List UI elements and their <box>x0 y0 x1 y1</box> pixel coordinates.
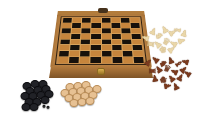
product-photo-scene: ♟♟♞♟♟♝♟♜♟♛♟♟♚♟♟♟♞♟♝♟♜♟♛♟♟♟♚♟♟♟♟♟ <box>0 0 200 133</box>
die <box>43 105 46 108</box>
board-square <box>62 23 71 28</box>
board-square <box>82 23 91 28</box>
brown-chess-piece: ♟ <box>174 72 185 84</box>
board-square <box>91 39 100 44</box>
brown-chess-piece: ♟ <box>162 81 172 91</box>
board-square <box>91 51 101 57</box>
board-square <box>81 45 91 50</box>
board-square <box>73 18 82 23</box>
black-checker <box>26 87 35 95</box>
natural-checker <box>70 99 79 107</box>
board-border-pinstripe <box>55 16 147 64</box>
board-square <box>81 34 90 39</box>
board-square <box>63 18 72 23</box>
black-checker <box>21 92 30 100</box>
brown-chess-piece: ♝ <box>172 58 184 70</box>
board-square <box>91 34 100 39</box>
board-square <box>72 28 81 33</box>
natural-checker <box>61 89 70 97</box>
white-chess-piece: ♚ <box>158 45 168 56</box>
board-square <box>60 39 70 44</box>
board-square <box>81 39 90 44</box>
board-square <box>70 51 80 57</box>
black-checker <box>23 82 32 90</box>
board-square <box>92 18 101 23</box>
board-square <box>92 23 101 28</box>
board-square <box>132 45 142 50</box>
board-square <box>111 28 120 33</box>
board-square <box>70 45 80 50</box>
natural-checker <box>78 98 87 106</box>
board-square <box>69 57 79 63</box>
board-square <box>122 51 132 57</box>
chess-board-grid <box>58 18 143 63</box>
brown-chess-piece: ♟ <box>177 64 189 76</box>
board-square <box>112 39 121 44</box>
white-chess-piece: ♟ <box>147 26 158 38</box>
black-checker <box>30 103 39 111</box>
brown-chess-piece: ♟ <box>166 55 177 66</box>
board-square <box>101 18 110 23</box>
board-square <box>91 45 100 50</box>
board-square <box>121 18 130 23</box>
board-square <box>131 34 141 39</box>
board-square <box>59 51 69 57</box>
white-chess-piece: ♟ <box>159 24 170 36</box>
brown-chess-piece: ♟ <box>170 81 181 93</box>
brown-chess-piece: ♟ <box>166 73 178 85</box>
white-chess-piece: ♛ <box>160 36 171 48</box>
natural-checker <box>89 91 98 99</box>
natural-checker <box>69 88 78 96</box>
natural-checker <box>93 85 102 93</box>
board-square <box>133 57 143 63</box>
black-checker <box>42 85 51 93</box>
black-checker <box>37 91 46 99</box>
board-square <box>102 57 112 63</box>
natural-checker <box>86 97 95 105</box>
board-square <box>111 34 120 39</box>
board-square <box>122 45 132 50</box>
black-checker <box>34 86 43 94</box>
board-square <box>131 28 140 33</box>
natural-checker <box>77 87 86 95</box>
brown-chess-piece: ♚ <box>157 74 169 85</box>
white-chess-piece: ♟ <box>176 36 187 46</box>
board-square <box>82 18 91 23</box>
folding-chess-board <box>50 14 152 67</box>
brown-chess-piece: ♛ <box>162 63 173 74</box>
brown-chess-piece: ♞ <box>157 59 168 70</box>
board-square <box>132 39 142 44</box>
natural-checker <box>74 82 83 90</box>
board-square <box>102 51 112 57</box>
board-square <box>102 45 111 50</box>
natural-checker <box>85 86 94 94</box>
board-square <box>111 18 120 23</box>
board-square <box>71 39 81 44</box>
natural-checker <box>81 92 90 100</box>
board-square <box>82 28 91 33</box>
board-square <box>122 39 132 44</box>
board-square <box>133 51 143 57</box>
natural-checker <box>66 83 75 91</box>
board-square <box>101 23 110 28</box>
white-chess-piece: ♞ <box>154 31 164 41</box>
brown-chess-piece: ♟ <box>182 68 194 80</box>
natural-checker <box>65 94 74 102</box>
black-checker <box>29 92 38 100</box>
brown-chess-piece: ♟ <box>169 66 181 77</box>
board-square <box>121 34 130 39</box>
die <box>47 106 50 109</box>
board-square <box>72 23 81 28</box>
board-square <box>130 18 139 23</box>
brown-chess-piece: ♟ <box>153 64 165 76</box>
brass-latch-icon <box>97 68 105 75</box>
board-square <box>62 28 71 33</box>
board-square <box>80 51 90 57</box>
board-square <box>101 34 110 39</box>
board-square <box>60 45 70 50</box>
board-square <box>80 57 90 63</box>
board-square <box>112 51 122 57</box>
board-square <box>111 23 120 28</box>
board-top-face <box>50 14 152 67</box>
white-chess-piece: ♟ <box>179 29 189 40</box>
board-square <box>92 28 101 33</box>
brown-chess-piece: ♟ <box>150 54 162 66</box>
black-checker <box>41 96 50 104</box>
board-square <box>101 28 110 33</box>
natural-checker <box>73 93 82 101</box>
board-square <box>130 23 139 28</box>
board-square <box>58 57 68 63</box>
board-square <box>112 45 122 50</box>
board-square <box>71 34 80 39</box>
black-checker <box>25 98 34 106</box>
black-checker <box>22 103 31 111</box>
board-square <box>102 39 111 44</box>
black-checker <box>45 90 54 98</box>
black-checker <box>33 98 42 106</box>
brown-chess-piece: ♟ <box>181 57 192 67</box>
white-chess-piece: ♝ <box>173 25 183 35</box>
white-chess-piece: ♟ <box>166 27 178 38</box>
white-chess-piece: ♟ <box>168 38 180 49</box>
white-chess-piece: ♟ <box>152 39 164 51</box>
board-square <box>61 34 71 39</box>
board-square <box>91 57 101 63</box>
white-chess-piece: ♟ <box>165 44 177 56</box>
board-hinge <box>98 8 108 13</box>
board-square <box>121 23 130 28</box>
board-square <box>123 57 133 63</box>
black-checker <box>39 80 48 88</box>
board-square <box>121 28 130 33</box>
board-square <box>112 57 122 63</box>
black-checker <box>31 80 40 88</box>
natural-checker <box>82 81 91 89</box>
